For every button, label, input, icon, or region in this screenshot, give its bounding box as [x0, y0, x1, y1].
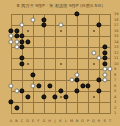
column-label: M [70, 118, 73, 124]
column-label: G [43, 118, 46, 124]
row-label: 2 [114, 106, 116, 110]
row-label: 18 [114, 18, 118, 22]
row-label: 12 [114, 51, 118, 55]
row-label: 19 [114, 12, 118, 16]
star-point [27, 30, 29, 32]
column-label: O [81, 118, 84, 124]
row-label: 4 [114, 95, 116, 99]
column-label: C [21, 118, 23, 124]
go-board[interactable] [11, 14, 111, 114]
row-label: 6 [114, 84, 116, 88]
column-label: K [59, 118, 61, 124]
star-point [27, 63, 29, 65]
row-label: 11 [114, 56, 118, 60]
star-point [60, 63, 62, 65]
row-label: 9 [114, 67, 116, 71]
row-label: 1 [114, 111, 116, 115]
column-label: E [32, 118, 34, 124]
game-info-caption: B 丙万年 9段P · 第 村志恒 9段P (白胜0.5目) [0, 1, 120, 10]
star-point [60, 96, 62, 98]
column-label: A [10, 118, 12, 124]
star-point [93, 96, 95, 98]
column-label: N [76, 118, 79, 124]
star-point [93, 63, 95, 65]
row-label: 15 [114, 34, 118, 38]
row-label: 14 [114, 40, 118, 44]
column-coordinates: ABCDEFGHJKLMNOPQRST [0, 118, 120, 124]
column-label: R [98, 118, 100, 124]
row-label: 16 [114, 29, 118, 33]
white-stone[interactable] [107, 66, 112, 71]
column-label: P [87, 118, 89, 124]
star-point [93, 30, 95, 32]
row-label: 3 [114, 100, 116, 104]
column-label: H [48, 118, 51, 124]
column-label: Q [92, 118, 95, 124]
row-label: 7 [114, 78, 116, 82]
column-label: D [26, 118, 29, 124]
column-label: L [65, 118, 67, 124]
star-point [60, 30, 62, 32]
go-app: { "game": "go", "header": { "caption": "… [0, 0, 120, 126]
column-label: B [15, 118, 17, 124]
row-label: 13 [114, 45, 118, 49]
column-label: F [37, 118, 39, 124]
column-label: T [109, 118, 111, 124]
row-label: 8 [114, 73, 116, 77]
row-label: 17 [114, 23, 118, 27]
row-label: 10 [114, 62, 118, 66]
column-label: S [103, 118, 105, 124]
column-label: J [54, 118, 55, 124]
row-coordinates: 19181716151413121110987654321 [113, 0, 120, 126]
row-label: 5 [114, 89, 116, 93]
